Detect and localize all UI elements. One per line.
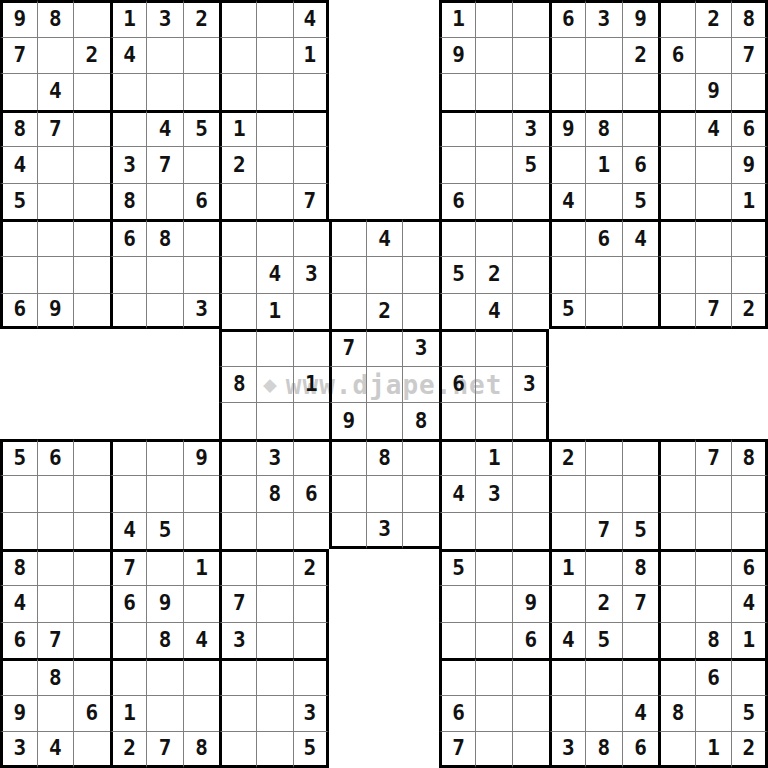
cell-r12c14[interactable]: [475, 402, 512, 439]
cell-r4c3[interactable]: [73, 110, 110, 147]
cell-r7c14[interactable]: [475, 219, 512, 256]
cell-r8c1[interactable]: [0, 256, 37, 293]
cell-r10c7[interactable]: [219, 329, 256, 366]
cell-r8c10[interactable]: [329, 256, 366, 293]
cell-r21c21[interactable]: 2: [731, 731, 768, 768]
cell-r3c3[interactable]: [73, 73, 110, 110]
cell-r13c20[interactable]: 7: [695, 439, 732, 476]
cell-r19c1[interactable]: [0, 658, 37, 695]
cell-r14c2[interactable]: [37, 475, 74, 512]
cell-r13c6[interactable]: 9: [183, 439, 220, 476]
cell-r1c9[interactable]: 4: [293, 0, 330, 37]
cell-r17c7[interactable]: 7: [219, 585, 256, 622]
cell-r8c13[interactable]: 5: [439, 256, 476, 293]
cell-r20c1[interactable]: 9: [0, 695, 37, 732]
cell-r4c21[interactable]: 6: [731, 110, 768, 147]
cell-r17c5[interactable]: 9: [146, 585, 183, 622]
cell-r9c21[interactable]: 2: [731, 293, 768, 330]
cell-r11c15[interactable]: 3: [512, 366, 549, 403]
cell-r21c6[interactable]: 8: [183, 731, 220, 768]
cell-r16c21[interactable]: 6: [731, 549, 768, 586]
cell-r15c14[interactable]: [475, 512, 512, 549]
cell-r15c13[interactable]: [439, 512, 476, 549]
cell-r21c20[interactable]: 1: [695, 731, 732, 768]
cell-r5c18[interactable]: 6: [622, 146, 659, 183]
cell-r11c7[interactable]: 8: [219, 366, 256, 403]
cell-r17c14[interactable]: [475, 585, 512, 622]
cell-r18c9[interactable]: [293, 622, 330, 659]
cell-r4c15[interactable]: 3: [512, 110, 549, 147]
cell-r21c5[interactable]: 7: [146, 731, 183, 768]
cell-r9c9[interactable]: [293, 293, 330, 330]
cell-r13c21[interactable]: 8: [731, 439, 768, 476]
cell-r9c20[interactable]: 7: [695, 293, 732, 330]
cell-r3c18[interactable]: [622, 73, 659, 110]
cell-r2c20[interactable]: [695, 37, 732, 74]
cell-r2c18[interactable]: 2: [622, 37, 659, 74]
cell-r7c9[interactable]: [293, 219, 330, 256]
cell-r15c16[interactable]: [549, 512, 586, 549]
cell-r19c17[interactable]: [585, 658, 622, 695]
cell-r4c13[interactable]: [439, 110, 476, 147]
cell-r19c13[interactable]: [439, 658, 476, 695]
cell-r3c9[interactable]: [293, 73, 330, 110]
cell-r14c12[interactable]: [402, 475, 439, 512]
cell-r19c4[interactable]: [110, 658, 147, 695]
cell-r13c16[interactable]: 2: [549, 439, 586, 476]
cell-r14c10[interactable]: [329, 475, 366, 512]
cell-r1c14[interactable]: [475, 0, 512, 37]
cell-r3c14[interactable]: [475, 73, 512, 110]
cell-r18c15[interactable]: 6: [512, 622, 549, 659]
cell-r15c10[interactable]: [329, 512, 366, 549]
cell-r14c5[interactable]: [146, 475, 183, 512]
cell-r19c6[interactable]: [183, 658, 220, 695]
cell-r14c8[interactable]: 8: [256, 475, 293, 512]
cell-r13c19[interactable]: [658, 439, 695, 476]
cell-r6c16[interactable]: 4: [549, 183, 586, 220]
cell-r3c5[interactable]: [146, 73, 183, 110]
cell-r1c15[interactable]: [512, 0, 549, 37]
cell-r4c19[interactable]: [658, 110, 695, 147]
cell-r18c18[interactable]: [622, 622, 659, 659]
cell-r9c12[interactable]: [402, 293, 439, 330]
cell-r21c1[interactable]: 3: [0, 731, 37, 768]
cell-r2c14[interactable]: [475, 37, 512, 74]
cell-r13c13[interactable]: [439, 439, 476, 476]
cell-r15c12[interactable]: [402, 512, 439, 549]
cell-r6c14[interactable]: [475, 183, 512, 220]
cell-r18c4[interactable]: [110, 622, 147, 659]
cell-r2c9[interactable]: 1: [293, 37, 330, 74]
cell-r4c4[interactable]: [110, 110, 147, 147]
cell-r15c8[interactable]: [256, 512, 293, 549]
cell-r9c4[interactable]: [110, 293, 147, 330]
cell-r20c13[interactable]: 6: [439, 695, 476, 732]
cell-r11c13[interactable]: 6: [439, 366, 476, 403]
cell-r6c17[interactable]: [585, 183, 622, 220]
cell-r5c8[interactable]: [256, 146, 293, 183]
cell-r5c1[interactable]: 4: [0, 146, 37, 183]
cell-r5c13[interactable]: [439, 146, 476, 183]
cell-r6c19[interactable]: [658, 183, 695, 220]
cell-r2c2[interactable]: [37, 37, 74, 74]
cell-r14c9[interactable]: 6: [293, 475, 330, 512]
cell-r8c5[interactable]: [146, 256, 183, 293]
cell-r9c8[interactable]: 1: [256, 293, 293, 330]
cell-r21c16[interactable]: 3: [549, 731, 586, 768]
cell-r13c17[interactable]: [585, 439, 622, 476]
cell-r16c6[interactable]: 1: [183, 549, 220, 586]
cell-r9c14[interactable]: 4: [475, 293, 512, 330]
cell-r6c5[interactable]: [146, 183, 183, 220]
cell-r10c13[interactable]: [439, 329, 476, 366]
cell-r21c13[interactable]: 7: [439, 731, 476, 768]
cell-r9c5[interactable]: [146, 293, 183, 330]
cell-r1c17[interactable]: 3: [585, 0, 622, 37]
cell-r18c14[interactable]: [475, 622, 512, 659]
cell-r1c5[interactable]: 3: [146, 0, 183, 37]
cell-r7c4[interactable]: 6: [110, 219, 147, 256]
cell-r14c11[interactable]: [366, 475, 403, 512]
cell-r3c8[interactable]: [256, 73, 293, 110]
cell-r7c3[interactable]: [73, 219, 110, 256]
cell-r19c7[interactable]: [219, 658, 256, 695]
cell-r9c13[interactable]: [439, 293, 476, 330]
cell-r17c21[interactable]: 4: [731, 585, 768, 622]
cell-r21c17[interactable]: 8: [585, 731, 622, 768]
cell-r6c9[interactable]: 7: [293, 183, 330, 220]
cell-r18c6[interactable]: 4: [183, 622, 220, 659]
cell-r12c10[interactable]: 9: [329, 402, 366, 439]
cell-r5c4[interactable]: 3: [110, 146, 147, 183]
cell-r17c6[interactable]: [183, 585, 220, 622]
cell-r11c8[interactable]: [256, 366, 293, 403]
cell-r18c1[interactable]: 6: [0, 622, 37, 659]
cell-r7c17[interactable]: 6: [585, 219, 622, 256]
cell-r7c8[interactable]: [256, 219, 293, 256]
cell-r21c2[interactable]: 4: [37, 731, 74, 768]
cell-r3c16[interactable]: [549, 73, 586, 110]
cell-r16c7[interactable]: [219, 549, 256, 586]
cell-r8c12[interactable]: [402, 256, 439, 293]
cell-r12c7[interactable]: [219, 402, 256, 439]
cell-r16c15[interactable]: [512, 549, 549, 586]
cell-r18c7[interactable]: 3: [219, 622, 256, 659]
cell-r13c3[interactable]: [73, 439, 110, 476]
cell-r21c18[interactable]: 6: [622, 731, 659, 768]
cell-r17c15[interactable]: 9: [512, 585, 549, 622]
cell-r8c17[interactable]: [585, 256, 622, 293]
cell-r1c8[interactable]: [256, 0, 293, 37]
cell-r20c8[interactable]: [256, 695, 293, 732]
cell-r11c12[interactable]: [402, 366, 439, 403]
cell-r3c4[interactable]: [110, 73, 147, 110]
cell-r18c20[interactable]: 8: [695, 622, 732, 659]
cell-r18c13[interactable]: [439, 622, 476, 659]
cell-r7c7[interactable]: [219, 219, 256, 256]
cell-r16c14[interactable]: [475, 549, 512, 586]
cell-r4c16[interactable]: 9: [549, 110, 586, 147]
cell-r6c8[interactable]: [256, 183, 293, 220]
cell-r4c20[interactable]: 4: [695, 110, 732, 147]
cell-r14c21[interactable]: [731, 475, 768, 512]
cell-r5c7[interactable]: 2: [219, 146, 256, 183]
cell-r20c14[interactable]: [475, 695, 512, 732]
cell-r12c13[interactable]: [439, 402, 476, 439]
cell-r14c17[interactable]: [585, 475, 622, 512]
cell-r1c20[interactable]: 2: [695, 0, 732, 37]
cell-r5c3[interactable]: [73, 146, 110, 183]
cell-r5c2[interactable]: [37, 146, 74, 183]
cell-r7c6[interactable]: [183, 219, 220, 256]
cell-r8c9[interactable]: 3: [293, 256, 330, 293]
cell-r1c6[interactable]: 2: [183, 0, 220, 37]
cell-r3c2[interactable]: 4: [37, 73, 74, 110]
cell-r10c8[interactable]: [256, 329, 293, 366]
cell-r8c16[interactable]: [549, 256, 586, 293]
cell-r20c3[interactable]: 6: [73, 695, 110, 732]
cell-r16c1[interactable]: 8: [0, 549, 37, 586]
cell-r2c17[interactable]: [585, 37, 622, 74]
cell-r15c17[interactable]: 7: [585, 512, 622, 549]
cell-r20c17[interactable]: [585, 695, 622, 732]
cell-r6c15[interactable]: [512, 183, 549, 220]
cell-r6c20[interactable]: [695, 183, 732, 220]
cell-r13c9[interactable]: [293, 439, 330, 476]
cell-r6c7[interactable]: [219, 183, 256, 220]
cell-r4c14[interactable]: [475, 110, 512, 147]
cell-r2c4[interactable]: 4: [110, 37, 147, 74]
cell-r9c11[interactable]: 2: [366, 293, 403, 330]
cell-r6c1[interactable]: 5: [0, 183, 37, 220]
cell-r19c14[interactable]: [475, 658, 512, 695]
cell-r8c14[interactable]: 2: [475, 256, 512, 293]
cell-r4c5[interactable]: 4: [146, 110, 183, 147]
cell-r6c3[interactable]: [73, 183, 110, 220]
cell-r17c8[interactable]: [256, 585, 293, 622]
cell-r15c18[interactable]: 5: [622, 512, 659, 549]
cell-r13c18[interactable]: [622, 439, 659, 476]
cell-r2c7[interactable]: [219, 37, 256, 74]
cell-r13c11[interactable]: 8: [366, 439, 403, 476]
cell-r9c1[interactable]: 6: [0, 293, 37, 330]
cell-r2c19[interactable]: 6: [658, 37, 695, 74]
cell-r18c16[interactable]: 4: [549, 622, 586, 659]
cell-r7c11[interactable]: 4: [366, 219, 403, 256]
cell-r17c2[interactable]: [37, 585, 74, 622]
cell-r21c15[interactable]: [512, 731, 549, 768]
cell-r2c6[interactable]: [183, 37, 220, 74]
cell-r2c1[interactable]: 7: [0, 37, 37, 74]
cell-r3c17[interactable]: [585, 73, 622, 110]
cell-r13c1[interactable]: 5: [0, 439, 37, 476]
cell-r4c18[interactable]: [622, 110, 659, 147]
cell-r10c9[interactable]: [293, 329, 330, 366]
cell-r7c20[interactable]: [695, 219, 732, 256]
cell-r4c7[interactable]: 1: [219, 110, 256, 147]
cell-r20c9[interactable]: 3: [293, 695, 330, 732]
cell-r11c10[interactable]: [329, 366, 366, 403]
cell-r21c3[interactable]: [73, 731, 110, 768]
cell-r20c4[interactable]: 1: [110, 695, 147, 732]
cell-r13c8[interactable]: 3: [256, 439, 293, 476]
cell-r15c15[interactable]: [512, 512, 549, 549]
cell-r16c8[interactable]: [256, 549, 293, 586]
cell-r17c3[interactable]: [73, 585, 110, 622]
cell-r6c2[interactable]: [37, 183, 74, 220]
cell-r5c15[interactable]: 5: [512, 146, 549, 183]
cell-r6c13[interactable]: 6: [439, 183, 476, 220]
cell-r21c4[interactable]: 2: [110, 731, 147, 768]
cell-r12c8[interactable]: [256, 402, 293, 439]
cell-r16c16[interactable]: 1: [549, 549, 586, 586]
cell-r5c17[interactable]: 1: [585, 146, 622, 183]
cell-r3c7[interactable]: [219, 73, 256, 110]
cell-r8c7[interactable]: [219, 256, 256, 293]
cell-r13c4[interactable]: [110, 439, 147, 476]
cell-r19c8[interactable]: [256, 658, 293, 695]
cell-r21c9[interactable]: 5: [293, 731, 330, 768]
cell-r17c18[interactable]: 7: [622, 585, 659, 622]
cell-r8c15[interactable]: [512, 256, 549, 293]
cell-r14c3[interactable]: [73, 475, 110, 512]
cell-r9c6[interactable]: 3: [183, 293, 220, 330]
cell-r17c19[interactable]: [658, 585, 695, 622]
cell-r8c3[interactable]: [73, 256, 110, 293]
cell-r10c14[interactable]: [475, 329, 512, 366]
cell-r11c14[interactable]: [475, 366, 512, 403]
cell-r9c19[interactable]: [658, 293, 695, 330]
cell-r18c21[interactable]: 1: [731, 622, 768, 659]
cell-r19c20[interactable]: 6: [695, 658, 732, 695]
cell-r2c8[interactable]: [256, 37, 293, 74]
cell-r6c6[interactable]: 6: [183, 183, 220, 220]
cell-r18c17[interactable]: 5: [585, 622, 622, 659]
cell-r17c17[interactable]: 2: [585, 585, 622, 622]
cell-r18c5[interactable]: 8: [146, 622, 183, 659]
cell-r3c20[interactable]: 9: [695, 73, 732, 110]
cell-r2c3[interactable]: 2: [73, 37, 110, 74]
cell-r20c7[interactable]: [219, 695, 256, 732]
cell-r16c17[interactable]: [585, 549, 622, 586]
cell-r16c4[interactable]: 7: [110, 549, 147, 586]
cell-r2c15[interactable]: [512, 37, 549, 74]
cell-r13c10[interactable]: [329, 439, 366, 476]
cell-r9c16[interactable]: 5: [549, 293, 586, 330]
cell-r4c9[interactable]: [293, 110, 330, 147]
cell-r8c11[interactable]: [366, 256, 403, 293]
cell-r2c21[interactable]: 7: [731, 37, 768, 74]
cell-r17c13[interactable]: [439, 585, 476, 622]
cell-r16c5[interactable]: [146, 549, 183, 586]
cell-r7c2[interactable]: [37, 219, 74, 256]
cell-r18c19[interactable]: [658, 622, 695, 659]
cell-r12c12[interactable]: 8: [402, 402, 439, 439]
cell-r6c4[interactable]: 8: [110, 183, 147, 220]
cell-r2c16[interactable]: [549, 37, 586, 74]
cell-r15c19[interactable]: [658, 512, 695, 549]
cell-r5c19[interactable]: [658, 146, 695, 183]
cell-r19c9[interactable]: [293, 658, 330, 695]
cell-r20c18[interactable]: 4: [622, 695, 659, 732]
cell-r4c8[interactable]: [256, 110, 293, 147]
cell-r19c16[interactable]: [549, 658, 586, 695]
cell-r1c16[interactable]: 6: [549, 0, 586, 37]
cell-r1c19[interactable]: [658, 0, 695, 37]
cell-r1c2[interactable]: 8: [37, 0, 74, 37]
cell-r13c7[interactable]: [219, 439, 256, 476]
cell-r15c7[interactable]: [219, 512, 256, 549]
cell-r1c18[interactable]: 9: [622, 0, 659, 37]
cell-r21c8[interactable]: [256, 731, 293, 768]
cell-r4c6[interactable]: 5: [183, 110, 220, 147]
cell-r14c4[interactable]: [110, 475, 147, 512]
cell-r8c18[interactable]: [622, 256, 659, 293]
cell-r9c3[interactable]: [73, 293, 110, 330]
cell-r19c15[interactable]: [512, 658, 549, 695]
cell-r19c19[interactable]: [658, 658, 695, 695]
cell-r16c19[interactable]: [658, 549, 695, 586]
cell-r14c15[interactable]: [512, 475, 549, 512]
cell-r1c13[interactable]: 1: [439, 0, 476, 37]
cell-r10c11[interactable]: [366, 329, 403, 366]
cell-r11c11[interactable]: [366, 366, 403, 403]
cell-r13c5[interactable]: [146, 439, 183, 476]
cell-r14c1[interactable]: [0, 475, 37, 512]
cell-r7c21[interactable]: [731, 219, 768, 256]
cell-r9c18[interactable]: [622, 293, 659, 330]
cell-r21c19[interactable]: [658, 731, 695, 768]
cell-r15c2[interactable]: [37, 512, 74, 549]
cell-r18c2[interactable]: 7: [37, 622, 74, 659]
cell-r19c3[interactable]: [73, 658, 110, 695]
cell-r17c16[interactable]: [549, 585, 586, 622]
cell-r14c7[interactable]: [219, 475, 256, 512]
cell-r14c20[interactable]: [695, 475, 732, 512]
cell-r21c7[interactable]: [219, 731, 256, 768]
cell-r9c2[interactable]: 9: [37, 293, 74, 330]
cell-r7c16[interactable]: [549, 219, 586, 256]
cell-r17c4[interactable]: 6: [110, 585, 147, 622]
cell-r7c10[interactable]: [329, 219, 366, 256]
cell-r15c4[interactable]: 4: [110, 512, 147, 549]
cell-r4c2[interactable]: 7: [37, 110, 74, 147]
cell-r5c21[interactable]: 9: [731, 146, 768, 183]
cell-r16c2[interactable]: [37, 549, 74, 586]
cell-r21c14[interactable]: [475, 731, 512, 768]
cell-r20c5[interactable]: [146, 695, 183, 732]
cell-r17c9[interactable]: [293, 585, 330, 622]
cell-r8c2[interactable]: [37, 256, 74, 293]
cell-r15c9[interactable]: [293, 512, 330, 549]
cell-r16c13[interactable]: 5: [439, 549, 476, 586]
cell-r14c16[interactable]: [549, 475, 586, 512]
cell-r13c15[interactable]: [512, 439, 549, 476]
cell-r6c18[interactable]: 5: [622, 183, 659, 220]
cell-r8c8[interactable]: 4: [256, 256, 293, 293]
cell-r15c6[interactable]: [183, 512, 220, 549]
cell-r16c3[interactable]: [73, 549, 110, 586]
cell-r19c21[interactable]: [731, 658, 768, 695]
cell-r7c12[interactable]: [402, 219, 439, 256]
cell-r12c11[interactable]: [366, 402, 403, 439]
cell-r12c9[interactable]: [293, 402, 330, 439]
cell-r7c5[interactable]: 8: [146, 219, 183, 256]
cell-r20c21[interactable]: 5: [731, 695, 768, 732]
cell-r1c1[interactable]: 9: [0, 0, 37, 37]
cell-r8c21[interactable]: [731, 256, 768, 293]
